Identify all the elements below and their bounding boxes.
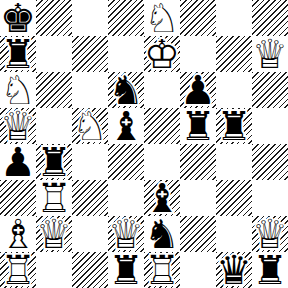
piece-glyph: ♖ [144, 252, 180, 288]
piece-glyph: ♜ [216, 108, 252, 144]
square-e6[interactable] [144, 72, 180, 108]
piece-glyph: ♜ [252, 252, 288, 288]
square-b6[interactable] [36, 72, 72, 108]
square-g7[interactable] [216, 36, 252, 72]
square-c8[interactable] [72, 0, 108, 36]
piece-glyph: ♛ [216, 252, 252, 288]
piece-glyph: ♝ [108, 108, 144, 144]
square-c3[interactable] [72, 180, 108, 216]
square-h7[interactable]: ♛♕ [252, 36, 288, 72]
square-h1[interactable]: ♜♜ [252, 252, 288, 288]
piece-black-rook[interactable]: ♜♜ [108, 252, 144, 288]
square-g3[interactable] [216, 180, 252, 216]
square-c5[interactable]: ♞♘ [72, 108, 108, 144]
square-c1[interactable] [72, 252, 108, 288]
square-b7[interactable] [36, 36, 72, 72]
square-f3[interactable] [180, 180, 216, 216]
piece-glyph: ♖ [0, 252, 36, 288]
square-f8[interactable] [180, 0, 216, 36]
square-g5[interactable]: ♜♜ [216, 108, 252, 144]
square-f1[interactable] [180, 252, 216, 288]
square-e5[interactable] [144, 108, 180, 144]
chess-board: ♚♚♞♘♜♜♚♔♛♕♞♘♞♞♟♟♛♕♞♘♝♝♜♜♜♜♟♟♜♜♜♖♝♝♝♗♛♕♛♕… [0, 0, 288, 288]
square-c4[interactable] [72, 144, 108, 180]
square-b1[interactable] [36, 252, 72, 288]
square-e1[interactable]: ♜♖ [144, 252, 180, 288]
square-g8[interactable] [216, 0, 252, 36]
square-b8[interactable] [36, 0, 72, 36]
piece-white-king[interactable]: ♚♔ [144, 36, 180, 72]
square-c7[interactable] [72, 36, 108, 72]
square-f2[interactable] [180, 216, 216, 252]
piece-black-queen[interactable]: ♛♛ [216, 252, 252, 288]
square-d8[interactable] [108, 0, 144, 36]
piece-glyph: ♕ [252, 36, 288, 72]
piece-white-rook[interactable]: ♜♖ [0, 252, 36, 288]
square-d5[interactable]: ♝♝ [108, 108, 144, 144]
square-a1[interactable]: ♜♖ [0, 252, 36, 288]
piece-glyph: ♔ [144, 36, 180, 72]
square-f5[interactable]: ♜♜ [180, 108, 216, 144]
piece-glyph: ♕ [36, 216, 72, 252]
piece-white-rook[interactable]: ♜♖ [144, 252, 180, 288]
piece-black-pawn[interactable]: ♟♟ [0, 144, 36, 180]
square-d4[interactable] [108, 144, 144, 180]
square-b2[interactable]: ♛♕ [36, 216, 72, 252]
piece-black-bishop[interactable]: ♝♝ [108, 108, 144, 144]
piece-black-rook[interactable]: ♜♜ [252, 252, 288, 288]
square-a4[interactable]: ♟♟ [0, 144, 36, 180]
square-f4[interactable] [180, 144, 216, 180]
piece-glyph: ♜ [108, 252, 144, 288]
piece-black-rook[interactable]: ♜♜ [216, 108, 252, 144]
piece-black-rook[interactable]: ♜♜ [180, 108, 216, 144]
piece-white-knight[interactable]: ♞♘ [72, 108, 108, 144]
piece-glyph: ♜ [180, 108, 216, 144]
piece-white-queen[interactable]: ♛♕ [36, 216, 72, 252]
square-d1[interactable]: ♜♜ [108, 252, 144, 288]
piece-glyph: ♟ [0, 144, 36, 180]
piece-glyph: ♘ [72, 108, 108, 144]
square-h4[interactable] [252, 144, 288, 180]
square-g4[interactable] [216, 144, 252, 180]
square-c2[interactable] [72, 216, 108, 252]
piece-white-queen[interactable]: ♛♕ [252, 36, 288, 72]
square-h5[interactable] [252, 108, 288, 144]
square-e7[interactable]: ♚♔ [144, 36, 180, 72]
square-h6[interactable] [252, 72, 288, 108]
square-g1[interactable]: ♛♛ [216, 252, 252, 288]
